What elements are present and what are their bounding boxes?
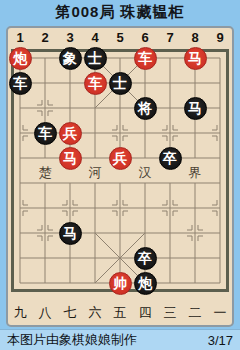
black-advisor: 士: [109, 72, 132, 95]
black-pawn: 卒: [159, 147, 182, 170]
black-pawn: 卒: [134, 247, 157, 270]
red-chariot: 车: [134, 47, 157, 70]
file-label-top-9: 9: [210, 30, 230, 45]
red-cannon: 炮: [9, 47, 32, 70]
footer-credit: 本图片由象棋娘娘制作: [7, 331, 137, 349]
black-chariot: 车: [34, 122, 57, 145]
file-label-bottom-7: 三: [160, 304, 180, 322]
file-label-top-4: 4: [85, 30, 105, 45]
file-label-bottom-8: 二: [185, 304, 205, 322]
screen: 第008局 珠藏韫柜 123456789 楚河汉界 炮象士车马车车士将马车兵马兵…: [0, 0, 240, 350]
footer-bar: 本图片由象棋娘娘制作 3/17: [0, 329, 240, 350]
red-pawn: 兵: [109, 147, 132, 170]
xiangqi-board: 炮象士车马车车士将马车兵马兵卒马卒帅炮: [8, 46, 233, 296]
black-elephant: 象: [59, 47, 82, 70]
file-label-top-8: 8: [185, 30, 205, 45]
black-chariot: 车: [9, 72, 32, 95]
file-label-top-7: 7: [160, 30, 180, 45]
red-chariot: 车: [84, 72, 107, 95]
file-label-bottom-9: 一: [210, 304, 230, 322]
red-horse: 马: [184, 47, 207, 70]
file-label-top-3: 3: [60, 30, 80, 45]
file-label-top-6: 6: [135, 30, 155, 45]
black-horse: 马: [184, 97, 207, 120]
footer-page-indicator: 3/17: [208, 333, 233, 348]
page-title: 第008局 珠藏韫柜: [0, 3, 240, 22]
black-cannon: 炮: [134, 272, 157, 295]
file-label-bottom-4: 六: [85, 304, 105, 322]
file-label-bottom-2: 八: [35, 304, 55, 322]
red-horse: 马: [59, 147, 82, 170]
file-label-top-2: 2: [35, 30, 55, 45]
board-panel: 123456789 楚河汉界 炮象士车马车车士将马车兵马兵卒马卒帅炮 九八七六五…: [6, 26, 234, 327]
file-label-bottom-6: 四: [135, 304, 155, 322]
file-label-top-5: 5: [110, 30, 130, 45]
file-label-bottom-5: 五: [110, 304, 130, 322]
black-advisor: 士: [84, 47, 107, 70]
file-label-bottom-3: 七: [60, 304, 80, 322]
file-label-bottom-1: 九: [10, 304, 30, 322]
black-horse: 马: [59, 222, 82, 245]
red-general: 帅: [109, 272, 132, 295]
file-label-top-1: 1: [10, 30, 30, 45]
black-general: 将: [134, 97, 157, 120]
red-pawn: 兵: [59, 122, 82, 145]
